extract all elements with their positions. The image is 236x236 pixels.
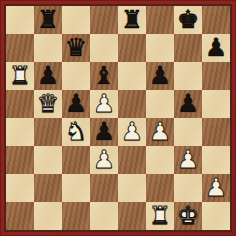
square-h2[interactable]: ♟ — [202, 174, 230, 202]
square-b8[interactable]: ♜ — [34, 6, 62, 34]
square-h6[interactable] — [202, 62, 230, 90]
square-g2[interactable] — [174, 174, 202, 202]
square-c4[interactable]: ♞ — [62, 118, 90, 146]
square-b4[interactable] — [34, 118, 62, 146]
square-h3[interactable] — [202, 146, 230, 174]
square-h1[interactable] — [202, 202, 230, 230]
black-rook-e8[interactable]: ♜ — [121, 6, 143, 34]
square-c7[interactable]: ♛ — [62, 34, 90, 62]
black-bishop-d6[interactable]: ♝ — [93, 62, 115, 90]
square-f7[interactable] — [146, 34, 174, 62]
square-g3[interactable]: ♟ — [174, 146, 202, 174]
square-e6[interactable] — [118, 62, 146, 90]
black-pawn-h7[interactable]: ♟ — [205, 34, 227, 62]
chess-board: ♜♜♚♛♟♜♟♝♟♛♟♟♟♞♟♟♟♟♟♟♜♚ — [4, 4, 232, 232]
white-pawn-d3[interactable]: ♟ — [93, 146, 115, 174]
square-g1[interactable]: ♚ — [174, 202, 202, 230]
square-h5[interactable] — [202, 90, 230, 118]
square-d4[interactable]: ♟ — [90, 118, 118, 146]
square-b5[interactable]: ♛ — [34, 90, 62, 118]
square-g7[interactable] — [174, 34, 202, 62]
black-king-g8[interactable]: ♚ — [177, 6, 199, 34]
square-h7[interactable]: ♟ — [202, 34, 230, 62]
white-pawn-f4[interactable]: ♟ — [149, 118, 171, 146]
black-pawn-c5[interactable]: ♟ — [65, 90, 87, 118]
square-d1[interactable] — [90, 202, 118, 230]
white-pawn-g3[interactable]: ♟ — [177, 146, 199, 174]
square-c6[interactable] — [62, 62, 90, 90]
white-pawn-h2[interactable]: ♟ — [205, 174, 227, 202]
square-a1[interactable] — [6, 202, 34, 230]
square-f5[interactable] — [146, 90, 174, 118]
square-g8[interactable]: ♚ — [174, 6, 202, 34]
square-f4[interactable]: ♟ — [146, 118, 174, 146]
square-c1[interactable] — [62, 202, 90, 230]
black-queen-c7[interactable]: ♛ — [65, 34, 87, 62]
black-rook-b8[interactable]: ♜ — [37, 6, 59, 34]
square-d7[interactable] — [90, 34, 118, 62]
white-pawn-e4[interactable]: ♟ — [121, 118, 143, 146]
square-b3[interactable] — [34, 146, 62, 174]
square-e8[interactable]: ♜ — [118, 6, 146, 34]
square-f3[interactable] — [146, 146, 174, 174]
square-e7[interactable] — [118, 34, 146, 62]
white-king-g1[interactable]: ♚ — [177, 202, 199, 230]
square-h8[interactable] — [202, 6, 230, 34]
square-g4[interactable] — [174, 118, 202, 146]
board-frame: ♜♜♚♛♟♜♟♝♟♛♟♟♟♞♟♟♟♟♟♟♜♚ — [0, 0, 236, 236]
black-pawn-b6[interactable]: ♟ — [37, 62, 59, 90]
square-a3[interactable] — [6, 146, 34, 174]
square-b6[interactable]: ♟ — [34, 62, 62, 90]
square-e2[interactable] — [118, 174, 146, 202]
white-rook-f1[interactable]: ♜ — [149, 202, 171, 230]
square-a7[interactable] — [6, 34, 34, 62]
square-d3[interactable]: ♟ — [90, 146, 118, 174]
square-c5[interactable]: ♟ — [62, 90, 90, 118]
square-e3[interactable] — [118, 146, 146, 174]
square-a2[interactable] — [6, 174, 34, 202]
white-queen-b5[interactable]: ♛ — [37, 90, 59, 118]
square-c3[interactable] — [62, 146, 90, 174]
square-e5[interactable] — [118, 90, 146, 118]
square-f2[interactable] — [146, 174, 174, 202]
white-knight-c4[interactable]: ♞ — [65, 118, 87, 146]
square-e1[interactable] — [118, 202, 146, 230]
square-b2[interactable] — [34, 174, 62, 202]
square-d6[interactable]: ♝ — [90, 62, 118, 90]
square-a6[interactable]: ♜ — [6, 62, 34, 90]
black-pawn-d4[interactable]: ♟ — [93, 118, 115, 146]
square-c2[interactable] — [62, 174, 90, 202]
square-g5[interactable]: ♟ — [174, 90, 202, 118]
square-b7[interactable] — [34, 34, 62, 62]
black-pawn-f6[interactable]: ♟ — [149, 62, 171, 90]
white-pawn-d5[interactable]: ♟ — [93, 90, 115, 118]
square-a5[interactable] — [6, 90, 34, 118]
square-b1[interactable] — [34, 202, 62, 230]
square-f1[interactable]: ♜ — [146, 202, 174, 230]
square-d5[interactable]: ♟ — [90, 90, 118, 118]
square-c8[interactable] — [62, 6, 90, 34]
square-f8[interactable] — [146, 6, 174, 34]
square-a4[interactable] — [6, 118, 34, 146]
square-f6[interactable]: ♟ — [146, 62, 174, 90]
black-pawn-g5[interactable]: ♟ — [177, 90, 199, 118]
square-a8[interactable] — [6, 6, 34, 34]
square-d8[interactable] — [90, 6, 118, 34]
square-d2[interactable] — [90, 174, 118, 202]
white-rook-a6[interactable]: ♜ — [9, 62, 31, 90]
square-h4[interactable] — [202, 118, 230, 146]
square-e4[interactable]: ♟ — [118, 118, 146, 146]
square-g6[interactable] — [174, 62, 202, 90]
